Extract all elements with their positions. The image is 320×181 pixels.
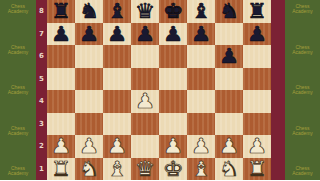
- white-knight: ♞: [219, 159, 240, 179]
- square-e5[interactable]: [159, 68, 187, 91]
- square-d3[interactable]: [131, 113, 159, 136]
- square-c2[interactable]: ♟: [103, 135, 131, 158]
- square-d1[interactable]: ♛: [131, 158, 159, 181]
- watermark: ChessAcademy: [5, 4, 31, 14]
- square-f6[interactable]: [187, 45, 215, 68]
- square-d6[interactable]: [131, 45, 159, 68]
- white-pawn: ♟: [51, 136, 72, 156]
- square-b5[interactable]: [75, 68, 103, 91]
- white-rook: ♜: [51, 159, 72, 179]
- square-d2[interactable]: [131, 135, 159, 158]
- square-e6[interactable]: [159, 45, 187, 68]
- black-pawn: ♟: [191, 24, 212, 44]
- left-sidebar: ChessAcademy ChessAcademy ChessAcademy C…: [0, 0, 36, 180]
- square-c5[interactable]: [103, 68, 131, 91]
- watermark: ChessAcademy: [290, 126, 315, 136]
- square-g8[interactable]: ♞: [215, 0, 243, 23]
- square-a4[interactable]: [47, 90, 75, 113]
- square-b8[interactable]: ♞: [75, 0, 103, 23]
- black-pawn: ♟: [163, 24, 184, 44]
- watermark: ChessAcademy: [290, 166, 315, 176]
- square-f4[interactable]: [187, 90, 215, 113]
- square-e7[interactable]: ♟: [159, 23, 187, 46]
- white-pawn: ♟: [191, 136, 212, 156]
- black-pawn: ♟: [219, 46, 240, 66]
- square-h5[interactable]: [243, 68, 271, 91]
- white-pawn: ♟: [219, 136, 240, 156]
- rank-label: 6: [36, 45, 47, 68]
- watermark: ChessAcademy: [5, 166, 31, 176]
- square-d4[interactable]: ♟: [131, 90, 159, 113]
- right-sidebar: ChessAcademy ChessAcademy ChessAcademy C…: [285, 0, 320, 180]
- square-b3[interactable]: [75, 113, 103, 136]
- white-pawn: ♟: [163, 136, 184, 156]
- square-g2[interactable]: ♟: [215, 135, 243, 158]
- black-rook: ♜: [247, 1, 268, 21]
- square-a3[interactable]: [47, 113, 75, 136]
- white-rook: ♜: [247, 159, 268, 179]
- black-pawn: ♟: [247, 24, 268, 44]
- watermark: ChessAcademy: [290, 4, 315, 14]
- square-c1[interactable]: ♝: [103, 158, 131, 181]
- white-pawn: ♟: [247, 136, 268, 156]
- black-pawn: ♟: [135, 24, 156, 44]
- square-c6[interactable]: [103, 45, 131, 68]
- square-f8[interactable]: ♝: [187, 0, 215, 23]
- square-h1[interactable]: ♜: [243, 158, 271, 181]
- square-c8[interactable]: ♝: [103, 0, 131, 23]
- black-king: ♚: [163, 1, 184, 21]
- square-h3[interactable]: [243, 113, 271, 136]
- square-a2[interactable]: ♟: [47, 135, 75, 158]
- watermark: ChessAcademy: [5, 45, 31, 55]
- black-bishop: ♝: [107, 1, 128, 21]
- white-pawn: ♟: [79, 136, 100, 156]
- square-d5[interactable]: [131, 68, 159, 91]
- black-pawn: ♟: [79, 24, 100, 44]
- white-knight: ♞: [79, 159, 100, 179]
- square-c3[interactable]: [103, 113, 131, 136]
- square-h8[interactable]: ♜: [243, 0, 271, 23]
- square-b4[interactable]: [75, 90, 103, 113]
- square-e8[interactable]: ♚: [159, 0, 187, 23]
- square-a8[interactable]: ♜: [47, 0, 75, 23]
- square-a6[interactable]: [47, 45, 75, 68]
- square-h7[interactable]: ♟: [243, 23, 271, 46]
- square-h6[interactable]: [243, 45, 271, 68]
- rank-label: 3: [36, 113, 47, 136]
- square-e4[interactable]: [159, 90, 187, 113]
- rank-label: 5: [36, 68, 47, 91]
- square-a1[interactable]: ♜: [47, 158, 75, 181]
- chess-academy-window: ChessAcademy ChessAcademy ChessAcademy C…: [0, 0, 320, 180]
- square-g4[interactable]: [215, 90, 243, 113]
- white-pawn: ♟: [135, 91, 156, 111]
- white-king: ♚: [163, 159, 184, 179]
- black-knight: ♞: [79, 1, 100, 21]
- square-g5[interactable]: [215, 68, 243, 91]
- rank-label: 1: [36, 158, 47, 181]
- square-b7[interactable]: ♟: [75, 23, 103, 46]
- white-bishop: ♝: [107, 159, 128, 179]
- rank-label: 2: [36, 135, 47, 158]
- square-b2[interactable]: ♟: [75, 135, 103, 158]
- watermark: ChessAcademy: [290, 85, 315, 95]
- watermark: ChessAcademy: [290, 45, 315, 55]
- square-g7[interactable]: [215, 23, 243, 46]
- square-c7[interactable]: ♟: [103, 23, 131, 46]
- rank-coordinate-strip: 8 7 6 5 4 3 2 1: [36, 0, 47, 180]
- black-rook: ♜: [51, 1, 72, 21]
- rank-label: 4: [36, 90, 47, 113]
- square-h4[interactable]: [243, 90, 271, 113]
- black-queen: ♛: [135, 1, 156, 21]
- square-e3[interactable]: [159, 113, 187, 136]
- black-bishop: ♝: [191, 1, 212, 21]
- square-d8[interactable]: ♛: [131, 0, 159, 23]
- white-pawn: ♟: [107, 136, 128, 156]
- square-a5[interactable]: [47, 68, 75, 91]
- black-pawn: ♟: [51, 24, 72, 44]
- square-f2[interactable]: ♟: [187, 135, 215, 158]
- square-b1[interactable]: ♞: [75, 158, 103, 181]
- rank-label: 8: [36, 0, 47, 23]
- right-border-strip: [271, 0, 285, 180]
- watermark: ChessAcademy: [5, 126, 31, 136]
- white-bishop: ♝: [191, 159, 212, 179]
- square-g6[interactable]: ♟: [215, 45, 243, 68]
- square-f5[interactable]: [187, 68, 215, 91]
- square-f3[interactable]: [187, 113, 215, 136]
- chess-board: ♜♞♝♛♚♝♞♜♟♟♟♟♟♟♟♟♟♟♟♟♟♟♟♟♜♞♝♛♚♝♞♜: [47, 0, 271, 180]
- watermark: ChessAcademy: [5, 85, 31, 95]
- square-g1[interactable]: ♞: [215, 158, 243, 181]
- square-h2[interactable]: ♟: [243, 135, 271, 158]
- rank-label: 7: [36, 23, 47, 46]
- square-e1[interactable]: ♚: [159, 158, 187, 181]
- square-f7[interactable]: ♟: [187, 23, 215, 46]
- square-c4[interactable]: [103, 90, 131, 113]
- black-knight: ♞: [219, 1, 240, 21]
- square-g3[interactable]: [215, 113, 243, 136]
- white-queen: ♛: [135, 159, 156, 179]
- square-f1[interactable]: ♝: [187, 158, 215, 181]
- square-a7[interactable]: ♟: [47, 23, 75, 46]
- square-d7[interactable]: ♟: [131, 23, 159, 46]
- black-pawn: ♟: [107, 24, 128, 44]
- square-b6[interactable]: [75, 45, 103, 68]
- square-e2[interactable]: ♟: [159, 135, 187, 158]
